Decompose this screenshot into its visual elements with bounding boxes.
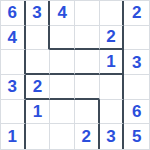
- cell-r1c2[interactable]: 3: [26, 1, 51, 26]
- cell-r4c3[interactable]: [50, 75, 75, 100]
- cell-r5c3[interactable]: [50, 100, 75, 125]
- cell-r6c2[interactable]: [26, 124, 51, 149]
- cell-r5c1[interactable]: [1, 100, 26, 125]
- cell-r5c4[interactable]: [75, 100, 100, 125]
- cell-r3c5[interactable]: 1: [100, 50, 125, 75]
- cell-r5c2[interactable]: 1: [26, 100, 51, 125]
- cell-r2c1[interactable]: 4: [1, 26, 26, 51]
- cell-r6c6[interactable]: 5: [124, 124, 149, 149]
- cell-r1c4[interactable]: [75, 1, 100, 26]
- cell-r3c3[interactable]: [50, 50, 75, 75]
- cell-r3c2[interactable]: [26, 50, 51, 75]
- cell-r4c6[interactable]: [124, 75, 149, 100]
- cell-r3c6[interactable]: 3: [124, 50, 149, 75]
- cell-r1c1[interactable]: 6: [1, 1, 26, 26]
- cell-r6c5[interactable]: 3: [100, 124, 125, 149]
- cell-r6c4[interactable]: 2: [75, 124, 100, 149]
- cell-r1c5[interactable]: [100, 1, 125, 26]
- cell-r4c5[interactable]: [100, 75, 125, 100]
- cell-r6c1[interactable]: 1: [1, 124, 26, 149]
- cell-r2c6[interactable]: [124, 26, 149, 51]
- cell-r4c2[interactable]: 2: [26, 75, 51, 100]
- cell-r2c2[interactable]: [26, 26, 51, 51]
- cell-r3c4[interactable]: [75, 50, 100, 75]
- cell-r2c3[interactable]: [50, 26, 75, 51]
- jigsaw-sudoku-board: 6342421332161235: [0, 0, 150, 150]
- cell-r6c3[interactable]: [50, 124, 75, 149]
- cell-r5c6[interactable]: 6: [124, 100, 149, 125]
- cell-r2c4[interactable]: [75, 26, 100, 51]
- cell-r4c1[interactable]: 3: [1, 75, 26, 100]
- cell-r1c6[interactable]: 2: [124, 1, 149, 26]
- cell-r5c5[interactable]: [100, 100, 125, 125]
- cell-r2c5[interactable]: 2: [100, 26, 125, 51]
- cell-r4c4[interactable]: [75, 75, 100, 100]
- cell-r3c1[interactable]: [1, 50, 26, 75]
- cell-r1c3[interactable]: 4: [50, 1, 75, 26]
